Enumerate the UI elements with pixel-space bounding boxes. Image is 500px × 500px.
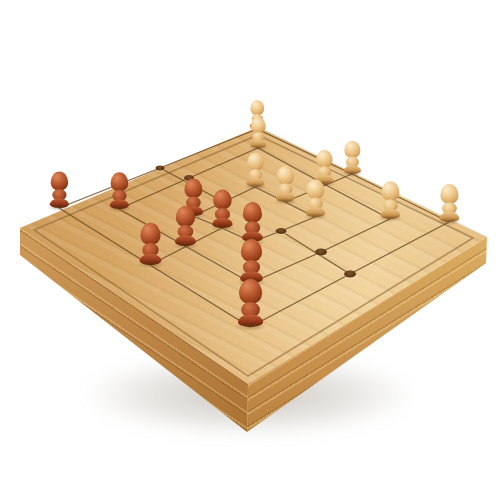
peg-foot xyxy=(49,198,68,208)
peg-head xyxy=(242,202,261,223)
peg-foot xyxy=(237,314,262,327)
peg-dark-b2[interactable] xyxy=(108,172,130,209)
peg-head xyxy=(140,223,160,245)
peg-foot xyxy=(212,218,232,228)
peg-head xyxy=(238,279,261,304)
peg-head xyxy=(110,172,128,191)
peg-head xyxy=(250,100,264,115)
peg-foot xyxy=(305,207,325,217)
hole-e4[interactable] xyxy=(276,228,287,234)
peg-dark-d1[interactable] xyxy=(138,223,163,265)
peg-head xyxy=(175,206,194,227)
peg-head xyxy=(251,117,266,133)
peg-foot xyxy=(246,178,264,187)
peg-head xyxy=(184,179,202,199)
peg-light-c5[interactable] xyxy=(245,152,265,187)
peg-light-d7[interactable] xyxy=(342,141,362,174)
peg-foot xyxy=(174,235,195,246)
peg-light-g7[interactable] xyxy=(438,184,460,222)
peg-dark-e3[interactable] xyxy=(240,202,263,242)
peg-head xyxy=(344,141,360,158)
peg-light-e5[interactable] xyxy=(304,180,326,217)
peg-foot xyxy=(343,165,360,174)
hole-a4[interactable] xyxy=(156,166,165,171)
peg-foot xyxy=(380,209,400,219)
peg-dark-d2[interactable] xyxy=(173,206,197,246)
peg-head xyxy=(247,152,264,170)
peg-foot xyxy=(250,140,266,148)
peg-light-f6[interactable] xyxy=(379,181,401,219)
peg-light-b6[interactable] xyxy=(249,117,267,148)
peg-head xyxy=(241,239,262,262)
peg-light-d5[interactable] xyxy=(274,166,295,202)
hole-f4[interactable] xyxy=(315,249,327,256)
peg-foot xyxy=(439,212,459,222)
peg-head xyxy=(440,184,458,204)
peg-foot xyxy=(109,199,128,209)
product-photo-scene xyxy=(0,0,500,500)
peg-foot xyxy=(139,254,161,265)
hole-g4[interactable] xyxy=(344,271,356,278)
peg-dark-d3[interactable] xyxy=(211,189,234,228)
peg-head xyxy=(381,181,399,201)
peg-head xyxy=(276,166,293,185)
peg-head xyxy=(50,171,68,190)
peg-foot xyxy=(276,193,295,202)
peg-dark-f2[interactable] xyxy=(238,239,264,283)
peg-dark-a1[interactable] xyxy=(48,171,69,208)
peg-dark-g1[interactable] xyxy=(236,279,264,327)
peg-head xyxy=(306,180,324,200)
peg-head xyxy=(316,150,332,168)
peg-head xyxy=(213,189,231,209)
